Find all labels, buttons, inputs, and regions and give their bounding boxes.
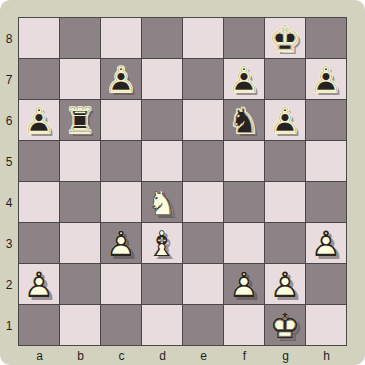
square-a5[interactable] [19,141,59,181]
square-b6[interactable]: ♜♖ [60,100,100,140]
square-e5[interactable] [183,141,223,181]
square-h3[interactable]: ♟♙ [306,223,346,263]
square-d2[interactable] [142,264,182,304]
square-c7[interactable]: ♟♙ [101,59,141,99]
file-label-g: g [265,348,306,364]
square-d5[interactable] [142,141,182,181]
square-e8[interactable] [183,18,223,58]
white-knight[interactable]: ♞♘ [142,182,182,222]
square-h6[interactable] [306,100,346,140]
white-bishop-outline: ♗ [142,223,182,263]
black-pawn-outline: ♙ [224,59,264,99]
file-label-a: a [19,348,60,364]
file-label-e: e [183,348,224,364]
black-rook[interactable]: ♜♖ [60,100,100,140]
square-g5[interactable] [265,141,305,181]
black-king-outline: ♔ [265,18,305,58]
square-b4[interactable] [60,182,100,222]
black-pawn[interactable]: ♟♙ [101,59,141,99]
square-e3[interactable] [183,223,223,263]
square-a4[interactable] [19,182,59,222]
square-g7[interactable] [265,59,305,99]
square-g4[interactable] [265,182,305,222]
square-h8[interactable] [306,18,346,58]
square-b1[interactable] [60,305,100,345]
square-d7[interactable] [142,59,182,99]
file-label-c: c [101,348,142,364]
black-pawn[interactable]: ♟♙ [224,59,264,99]
black-pawn[interactable]: ♟♙ [19,100,59,140]
black-pawn-outline: ♙ [306,59,346,99]
white-pawn-outline: ♙ [101,223,141,263]
square-f3[interactable] [224,223,264,263]
square-c3[interactable]: ♟♙ [101,223,141,263]
square-h1[interactable] [306,305,346,345]
white-knight-outline: ♘ [142,182,182,222]
square-f4[interactable] [224,182,264,222]
file-label-d: d [142,348,183,364]
white-pawn[interactable]: ♟♙ [19,264,59,304]
black-knight-outline: ♘ [224,100,264,140]
black-king[interactable]: ♚♔ [265,18,305,58]
square-c4[interactable] [101,182,141,222]
square-e7[interactable] [183,59,223,99]
white-king[interactable]: ♚♔ [265,305,305,345]
white-king-outline: ♔ [265,305,305,345]
square-h7[interactable]: ♟♙ [306,59,346,99]
square-a6[interactable]: ♟♙ [19,100,59,140]
white-pawn-outline: ♙ [19,264,59,304]
rank-label-3: 3 [0,223,18,264]
square-b3[interactable] [60,223,100,263]
square-c5[interactable] [101,141,141,181]
square-e1[interactable] [183,305,223,345]
square-f1[interactable] [224,305,264,345]
rank-label-2: 2 [0,264,18,305]
black-pawn-outline: ♙ [265,100,305,140]
square-c8[interactable] [101,18,141,58]
square-c2[interactable] [101,264,141,304]
square-h4[interactable] [306,182,346,222]
white-pawn-outline: ♙ [265,264,305,304]
square-e2[interactable] [183,264,223,304]
board: ♚♔♟♙♟♙♟♙♟♙♜♖♞♘♟♙♞♘♟♙♝♗♟♙♟♙♟♙♟♙♚♔ [18,17,347,346]
rank-label-6: 6 [0,100,18,141]
square-c6[interactable] [101,100,141,140]
square-f8[interactable] [224,18,264,58]
chess-app-frame: 87654321 ♚♔♟♙♟♙♟♙♟♙♜♖♞♘♟♙♞♘♟♙♝♗♟♙♟♙♟♙♟♙♚… [0,0,365,365]
white-pawn-outline: ♙ [224,264,264,304]
black-pawn-outline: ♙ [101,59,141,99]
rank-label-4: 4 [0,182,18,223]
white-pawn[interactable]: ♟♙ [101,223,141,263]
rank-label-8: 8 [0,18,18,59]
square-a3[interactable] [19,223,59,263]
square-g2[interactable]: ♟♙ [265,264,305,304]
square-h2[interactable] [306,264,346,304]
square-h5[interactable] [306,141,346,181]
square-d3[interactable]: ♝♗ [142,223,182,263]
square-b5[interactable] [60,141,100,181]
rank-label-1: 1 [0,305,18,346]
white-pawn[interactable]: ♟♙ [224,264,264,304]
file-label-h: h [306,348,347,364]
square-e6[interactable] [183,100,223,140]
square-b8[interactable] [60,18,100,58]
square-f5[interactable] [224,141,264,181]
white-bishop[interactable]: ♝♗ [142,223,182,263]
white-pawn[interactable]: ♟♙ [306,223,346,263]
rank-label-5: 5 [0,141,18,182]
rank-labels: 87654321 [0,18,18,346]
square-e4[interactable] [183,182,223,222]
square-c1[interactable] [101,305,141,345]
square-b2[interactable] [60,264,100,304]
square-d8[interactable] [142,18,182,58]
square-b7[interactable] [60,59,100,99]
square-g6[interactable]: ♟♙ [265,100,305,140]
file-label-b: b [60,348,101,364]
square-d1[interactable] [142,305,182,345]
black-pawn[interactable]: ♟♙ [306,59,346,99]
black-pawn[interactable]: ♟♙ [265,100,305,140]
square-d4[interactable]: ♞♘ [142,182,182,222]
square-f2[interactable]: ♟♙ [224,264,264,304]
file-labels: abcdefgh [19,348,347,364]
black-knight[interactable]: ♞♘ [224,100,264,140]
black-rook-outline: ♖ [60,100,100,140]
square-g1[interactable]: ♚♔ [265,305,305,345]
black-pawn-outline: ♙ [19,100,59,140]
square-d6[interactable] [142,100,182,140]
rank-label-7: 7 [0,59,18,100]
square-a8[interactable] [19,18,59,58]
white-pawn[interactable]: ♟♙ [265,264,305,304]
square-a2[interactable]: ♟♙ [19,264,59,304]
square-g8[interactable]: ♚♔ [265,18,305,58]
square-a1[interactable] [19,305,59,345]
square-a7[interactable] [19,59,59,99]
square-f7[interactable]: ♟♙ [224,59,264,99]
file-label-f: f [224,348,265,364]
square-g3[interactable] [265,223,305,263]
white-pawn-outline: ♙ [306,223,346,263]
square-f6[interactable]: ♞♘ [224,100,264,140]
